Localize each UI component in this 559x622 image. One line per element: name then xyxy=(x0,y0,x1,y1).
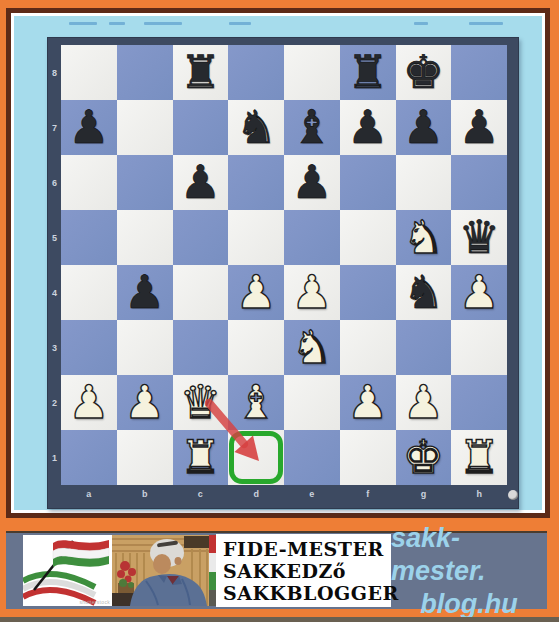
rank-label-5: 5 xyxy=(48,210,61,265)
clipped-text-fragment xyxy=(469,22,503,25)
highlighted-target-square-d1 xyxy=(229,431,283,484)
square-a7[interactable]: ♟ xyxy=(61,100,117,155)
square-c4[interactable] xyxy=(173,265,229,320)
clipped-text-fragment xyxy=(414,22,428,25)
file-label-d: d xyxy=(228,485,284,502)
banner-line-sakkblogger: SAKKBLOGGER xyxy=(223,582,391,604)
square-d4[interactable]: ♟ xyxy=(228,265,284,320)
black-pawn-e6: ♟ xyxy=(284,155,340,210)
file-label-a: a xyxy=(61,485,117,502)
white-rook-h1: ♜ xyxy=(451,430,507,485)
rank-label-7: 7 xyxy=(48,100,61,155)
page: 87654321 ♜♜♚♟♞♝♟♟♟♟♟♞♛♟♟♟♞♟♞♟♟♛♝♟♟♜♚♜ ab… xyxy=(0,0,559,622)
square-g8[interactable]: ♚ xyxy=(396,45,452,100)
square-d8[interactable] xyxy=(228,45,284,100)
black-knight-g4: ♞ xyxy=(396,265,452,320)
rank-label-4: 4 xyxy=(48,265,61,320)
square-d7[interactable]: ♞ xyxy=(228,100,284,155)
black-pawn-f7: ♟ xyxy=(340,100,396,155)
black-rook-c8: ♜ xyxy=(173,45,229,100)
white-rook-c1: ♜ xyxy=(173,430,229,485)
site-url: sakk-mester. blog.hu xyxy=(391,533,547,609)
square-e6[interactable]: ♟ xyxy=(284,155,340,210)
coach-photo-illustration xyxy=(112,535,209,606)
flag-illustration xyxy=(23,535,112,606)
square-f6[interactable] xyxy=(340,155,396,210)
square-h4[interactable]: ♟ xyxy=(451,265,507,320)
black-knight-d7: ♞ xyxy=(228,100,284,155)
square-a2[interactable]: ♟ xyxy=(61,375,117,430)
banner-line-fide-mester: FIDE-MESTER xyxy=(223,538,391,560)
banner-text: FIDE-MESTER SAKKEDZő SAKKBLOGGER xyxy=(216,534,391,607)
white-pawn-g2: ♟ xyxy=(396,375,452,430)
square-c5[interactable] xyxy=(173,210,229,265)
rank-label-6: 6 xyxy=(48,155,61,210)
clipped-text-fragment xyxy=(109,22,125,25)
file-label-h: h xyxy=(451,485,507,502)
white-pawn-b2: ♟ xyxy=(117,375,173,430)
square-a6[interactable] xyxy=(61,155,117,210)
square-f1[interactable] xyxy=(340,430,396,485)
square-c1[interactable]: ♜ xyxy=(173,430,229,485)
square-b3[interactable] xyxy=(117,320,173,375)
square-f7[interactable]: ♟ xyxy=(340,100,396,155)
black-pawn-a7: ♟ xyxy=(61,100,117,155)
square-g4[interactable]: ♞ xyxy=(396,265,452,320)
chess-board: 87654321 ♜♜♚♟♞♝♟♟♟♟♟♞♛♟♟♟♞♟♞♟♟♛♝♟♟♜♚♜ ab… xyxy=(47,37,519,509)
square-g6[interactable] xyxy=(396,155,452,210)
square-a3[interactable] xyxy=(61,320,117,375)
square-c3[interactable] xyxy=(173,320,229,375)
hungarian-flag-image: shutterstock xyxy=(23,535,112,606)
site-url-line-1: sakk-mester. xyxy=(391,522,547,588)
clipped-text-fragment xyxy=(229,22,251,25)
square-a8[interactable] xyxy=(61,45,117,100)
square-e8[interactable] xyxy=(284,45,340,100)
square-b7[interactable] xyxy=(117,100,173,155)
square-d3[interactable] xyxy=(228,320,284,375)
white-knight-g5: ♞ xyxy=(396,210,452,265)
tricolor-strip xyxy=(209,535,216,606)
black-rook-f8: ♜ xyxy=(340,45,396,100)
rank-label-1: 1 xyxy=(48,430,61,485)
bottom-border-strip xyxy=(0,617,559,622)
square-e2[interactable] xyxy=(284,375,340,430)
white-bishop-d2: ♝ xyxy=(228,375,284,430)
clipped-text-fragment xyxy=(69,22,97,25)
rank-label-8: 8 xyxy=(48,45,61,100)
square-c7[interactable] xyxy=(173,100,229,155)
square-a5[interactable] xyxy=(61,210,117,265)
square-g3[interactable] xyxy=(396,320,452,375)
square-b5[interactable] xyxy=(117,210,173,265)
square-h6[interactable] xyxy=(451,155,507,210)
square-f8[interactable]: ♜ xyxy=(340,45,396,100)
rank-label-3: 3 xyxy=(48,320,61,375)
white-pawn-f2: ♟ xyxy=(340,375,396,430)
square-d2[interactable]: ♝ xyxy=(228,375,284,430)
clipped-text-fragment xyxy=(144,22,182,25)
square-f4[interactable] xyxy=(340,265,396,320)
board-squares: ♜♜♚♟♞♝♟♟♟♟♟♞♛♟♟♟♞♟♞♟♟♛♝♟♟♜♚♜ xyxy=(61,45,507,485)
rank-labels: 87654321 xyxy=(48,45,61,485)
square-e3[interactable]: ♞ xyxy=(284,320,340,375)
white-knight-e3: ♞ xyxy=(284,320,340,375)
watermark-text: shutterstock xyxy=(79,599,110,605)
square-b4[interactable]: ♟ xyxy=(117,265,173,320)
square-h8[interactable] xyxy=(451,45,507,100)
square-g5[interactable]: ♞ xyxy=(396,210,452,265)
square-d5[interactable] xyxy=(228,210,284,265)
square-g2[interactable]: ♟ xyxy=(396,375,452,430)
square-h5[interactable]: ♛ xyxy=(451,210,507,265)
white-king-g1: ♚ xyxy=(396,430,452,485)
square-c6[interactable]: ♟ xyxy=(173,155,229,210)
square-c8[interactable]: ♜ xyxy=(173,45,229,100)
square-b1[interactable] xyxy=(117,430,173,485)
board-background: 87654321 ♜♜♚♟♞♝♟♟♟♟♟♞♛♟♟♟♞♟♞♟♟♛♝♟♟♜♚♜ ab… xyxy=(11,13,545,513)
square-e5[interactable] xyxy=(284,210,340,265)
file-labels: abcdefgh xyxy=(61,485,507,502)
coach-photo xyxy=(112,535,209,606)
square-b2[interactable]: ♟ xyxy=(117,375,173,430)
square-g1[interactable]: ♚ xyxy=(396,430,452,485)
square-b6[interactable] xyxy=(117,155,173,210)
white-pawn-d4: ♟ xyxy=(228,265,284,320)
square-h7[interactable]: ♟ xyxy=(451,100,507,155)
square-h3[interactable] xyxy=(451,320,507,375)
black-pawn-b4: ♟ xyxy=(117,265,173,320)
footer-banner: shutterstock xyxy=(6,531,547,609)
black-pawn-h7: ♟ xyxy=(451,100,507,155)
square-c2[interactable]: ♛ xyxy=(173,375,229,430)
white-queen-c2: ♛ xyxy=(173,375,229,430)
black-pawn-g7: ♟ xyxy=(396,100,452,155)
square-f5[interactable] xyxy=(340,210,396,265)
square-a1[interactable] xyxy=(61,430,117,485)
file-label-b: b xyxy=(117,485,173,502)
rank-label-2: 2 xyxy=(48,375,61,430)
square-f3[interactable] xyxy=(340,320,396,375)
file-label-e: e xyxy=(284,485,340,502)
black-queen-h5: ♛ xyxy=(451,210,507,265)
square-d6[interactable] xyxy=(228,155,284,210)
black-pawn-c6: ♟ xyxy=(173,155,229,210)
site-url-line-2: blog.hu xyxy=(420,588,517,621)
file-label-c: c xyxy=(173,485,229,502)
banner-line-sakkedzo: SAKKEDZő xyxy=(223,560,391,582)
white-pawn-a2: ♟ xyxy=(61,375,117,430)
square-e4[interactable]: ♟ xyxy=(284,265,340,320)
white-pawn-e4: ♟ xyxy=(284,265,340,320)
square-e1[interactable] xyxy=(284,430,340,485)
square-e7[interactable]: ♝ xyxy=(284,100,340,155)
square-h2[interactable] xyxy=(451,375,507,430)
file-label-g: g xyxy=(396,485,452,502)
square-g7[interactable]: ♟ xyxy=(396,100,452,155)
square-h1[interactable]: ♜ xyxy=(451,430,507,485)
square-b8[interactable] xyxy=(117,45,173,100)
white-to-move-indicator xyxy=(508,490,518,500)
file-label-f: f xyxy=(340,485,396,502)
white-pawn-h4: ♟ xyxy=(451,265,507,320)
square-f2[interactable]: ♟ xyxy=(340,375,396,430)
square-a4[interactable] xyxy=(61,265,117,320)
black-bishop-e7: ♝ xyxy=(284,100,340,155)
black-king-g8: ♚ xyxy=(396,45,452,100)
main-frame: 87654321 ♜♜♚♟♞♝♟♟♟♟♟♞♛♟♟♟♞♟♞♟♟♛♝♟♟♜♚♜ ab… xyxy=(6,8,550,518)
square-d1[interactable] xyxy=(228,430,284,485)
